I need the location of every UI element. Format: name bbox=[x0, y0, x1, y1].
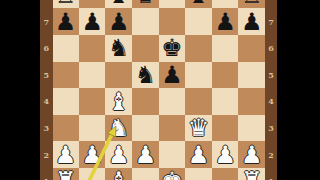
piece-white-pawn: ♟ bbox=[108, 143, 130, 167]
square-e5[interactable]: ♟ bbox=[159, 62, 186, 89]
rank-label-8-right: 8 bbox=[265, 0, 278, 8]
piece-black-pawn: ♟ bbox=[81, 10, 103, 34]
square-g8[interactable] bbox=[212, 0, 239, 8]
square-d8[interactable]: ♛ bbox=[132, 0, 159, 8]
rank-label-8-left: 8 bbox=[40, 0, 53, 8]
piece-white-bishop: ♝ bbox=[108, 169, 130, 180]
square-h4[interactable] bbox=[238, 88, 265, 115]
piece-black-knight: ♞ bbox=[108, 36, 130, 60]
square-e1[interactable]: ♚ bbox=[159, 168, 186, 180]
rank-label-5-left: 5 bbox=[40, 62, 53, 89]
piece-white-knight: ♞ bbox=[108, 116, 130, 140]
square-b1[interactable] bbox=[79, 168, 106, 180]
rank-labels-right: 87654321 bbox=[265, 0, 278, 180]
square-g6[interactable] bbox=[212, 35, 239, 62]
square-h1[interactable]: ♜ bbox=[238, 168, 265, 180]
piece-black-king: ♚ bbox=[161, 36, 183, 60]
piece-white-rook: ♜ bbox=[55, 169, 77, 180]
square-e2[interactable] bbox=[159, 141, 186, 168]
square-c8[interactable]: ♝ bbox=[105, 0, 132, 8]
piece-white-bishop: ♝ bbox=[108, 90, 130, 114]
square-f7[interactable] bbox=[185, 8, 212, 35]
square-g3[interactable] bbox=[212, 115, 239, 142]
piece-black-pawn: ♟ bbox=[108, 10, 130, 34]
square-c7[interactable]: ♟ bbox=[105, 8, 132, 35]
square-d7[interactable] bbox=[132, 8, 159, 35]
square-c1[interactable]: ♝ bbox=[105, 168, 132, 180]
letterbox-left bbox=[0, 0, 40, 180]
square-d4[interactable] bbox=[132, 88, 159, 115]
square-f1[interactable] bbox=[185, 168, 212, 180]
square-e7[interactable] bbox=[159, 8, 186, 35]
rank-label-4-left: 4 bbox=[40, 88, 53, 115]
piece-black-rook: ♜ bbox=[241, 0, 263, 7]
square-f6[interactable] bbox=[185, 35, 212, 62]
video-frame: 87654321 87654321 ♜♝♛♝♜♟♟♟♟♟♞♚♞♟♝♞♛♟♟♟♟♟… bbox=[0, 0, 320, 180]
square-a4[interactable] bbox=[52, 88, 79, 115]
square-d6[interactable] bbox=[132, 35, 159, 62]
square-e3[interactable] bbox=[159, 115, 186, 142]
square-f3[interactable]: ♛ bbox=[185, 115, 212, 142]
piece-black-rook: ♜ bbox=[55, 0, 77, 7]
piece-black-pawn: ♟ bbox=[214, 10, 236, 34]
piece-white-rook: ♜ bbox=[241, 169, 263, 180]
square-h3[interactable] bbox=[238, 115, 265, 142]
square-c6[interactable]: ♞ bbox=[105, 35, 132, 62]
square-b5[interactable] bbox=[79, 62, 106, 89]
rank-label-6-left: 6 bbox=[40, 35, 53, 62]
piece-white-pawn: ♟ bbox=[188, 143, 210, 167]
rank-label-2-left: 2 bbox=[40, 141, 53, 168]
square-g4[interactable] bbox=[212, 88, 239, 115]
square-c2[interactable]: ♟ bbox=[105, 141, 132, 168]
piece-black-queen: ♛ bbox=[135, 0, 157, 7]
rank-label-3-right: 3 bbox=[265, 115, 278, 142]
square-d5[interactable]: ♞ bbox=[132, 62, 159, 89]
piece-black-bishop: ♝ bbox=[108, 0, 130, 7]
square-a8[interactable]: ♜ bbox=[52, 0, 79, 8]
piece-black-knight: ♞ bbox=[135, 63, 157, 87]
square-c3[interactable]: ♞ bbox=[105, 115, 132, 142]
square-b2[interactable]: ♟ bbox=[79, 141, 106, 168]
piece-white-pawn: ♟ bbox=[214, 143, 236, 167]
piece-black-bishop: ♝ bbox=[188, 0, 210, 7]
piece-white-king: ♚ bbox=[161, 169, 183, 180]
square-a5[interactable] bbox=[52, 62, 79, 89]
square-a6[interactable] bbox=[52, 35, 79, 62]
square-e8[interactable] bbox=[159, 0, 186, 8]
square-h2[interactable]: ♟ bbox=[238, 141, 265, 168]
rank-label-7-right: 7 bbox=[265, 8, 278, 35]
square-a1[interactable]: ♜ bbox=[52, 168, 79, 180]
square-b7[interactable]: ♟ bbox=[79, 8, 106, 35]
square-b3[interactable] bbox=[79, 115, 106, 142]
square-e6[interactable]: ♚ bbox=[159, 35, 186, 62]
piece-white-pawn: ♟ bbox=[135, 143, 157, 167]
square-d2[interactable]: ♟ bbox=[132, 141, 159, 168]
rank-label-1-left: 1 bbox=[40, 168, 53, 180]
square-a3[interactable] bbox=[52, 115, 79, 142]
square-f4[interactable] bbox=[185, 88, 212, 115]
rank-label-4-right: 4 bbox=[265, 88, 278, 115]
piece-white-pawn: ♟ bbox=[81, 143, 103, 167]
rank-label-5-right: 5 bbox=[265, 62, 278, 89]
square-d3[interactable] bbox=[132, 115, 159, 142]
square-e4[interactable] bbox=[159, 88, 186, 115]
square-a7[interactable]: ♟ bbox=[52, 8, 79, 35]
rank-label-3-left: 3 bbox=[40, 115, 53, 142]
square-g2[interactable]: ♟ bbox=[212, 141, 239, 168]
square-h8[interactable]: ♜ bbox=[238, 0, 265, 8]
piece-white-pawn: ♟ bbox=[55, 143, 77, 167]
piece-white-pawn: ♟ bbox=[241, 143, 263, 167]
square-f5[interactable] bbox=[185, 62, 212, 89]
letterbox-right bbox=[277, 0, 320, 180]
square-c4[interactable]: ♝ bbox=[105, 88, 132, 115]
square-b4[interactable] bbox=[79, 88, 106, 115]
piece-black-pawn: ♟ bbox=[161, 63, 183, 87]
piece-black-pawn: ♟ bbox=[55, 10, 77, 34]
square-c5[interactable] bbox=[105, 62, 132, 89]
square-h7[interactable]: ♟ bbox=[238, 8, 265, 35]
square-b8[interactable] bbox=[79, 0, 106, 8]
rank-label-2-right: 2 bbox=[265, 141, 278, 168]
square-h6[interactable] bbox=[238, 35, 265, 62]
rank-label-6-right: 6 bbox=[265, 35, 278, 62]
board-grid: ♜♝♛♝♜♟♟♟♟♟♞♚♞♟♝♞♛♟♟♟♟♟♟♟♜♝♚♜ bbox=[52, 0, 265, 180]
square-f8[interactable]: ♝ bbox=[185, 0, 212, 8]
rank-label-1-right: 1 bbox=[265, 168, 278, 180]
square-g7[interactable]: ♟ bbox=[212, 8, 239, 35]
square-g5[interactable] bbox=[212, 62, 239, 89]
square-d1[interactable] bbox=[132, 168, 159, 180]
rank-labels-left: 87654321 bbox=[40, 0, 53, 180]
square-f2[interactable]: ♟ bbox=[185, 141, 212, 168]
square-a2[interactable]: ♟ bbox=[52, 141, 79, 168]
square-g1[interactable] bbox=[212, 168, 239, 180]
piece-white-queen: ♛ bbox=[188, 116, 210, 140]
square-b6[interactable] bbox=[79, 35, 106, 62]
square-h5[interactable] bbox=[238, 62, 265, 89]
rank-label-7-left: 7 bbox=[40, 8, 53, 35]
piece-black-pawn: ♟ bbox=[241, 10, 263, 34]
